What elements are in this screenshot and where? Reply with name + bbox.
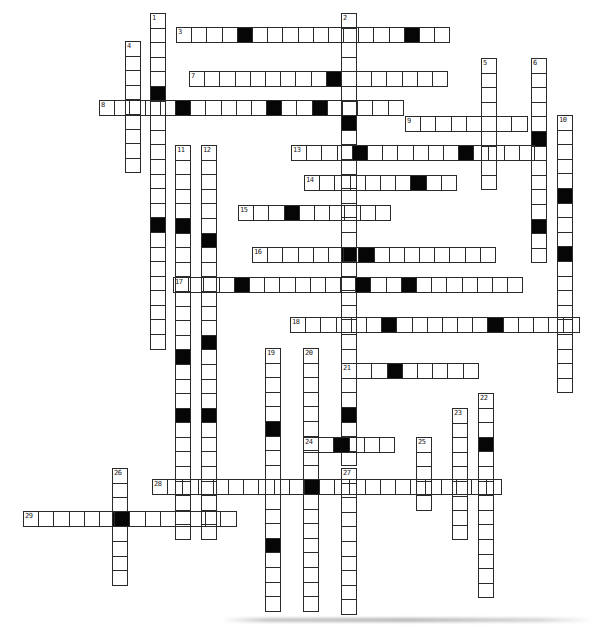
answer-cell[interactable] bbox=[364, 437, 380, 453]
answer-cell[interactable] bbox=[427, 317, 443, 333]
answer-cell[interactable] bbox=[175, 262, 191, 278]
answer-cell[interactable] bbox=[303, 392, 319, 408]
answer-cell[interactable] bbox=[204, 71, 220, 87]
answer-cell[interactable] bbox=[457, 317, 473, 333]
answer-cell[interactable] bbox=[472, 317, 488, 333]
answer-cell[interactable] bbox=[253, 205, 269, 221]
answer-cell[interactable] bbox=[175, 437, 191, 453]
answer-cell[interactable] bbox=[420, 116, 436, 132]
answer-cell[interactable] bbox=[478, 495, 494, 511]
answer-cell[interactable] bbox=[150, 261, 166, 277]
answer-cell[interactable] bbox=[452, 525, 468, 541]
answer-cell[interactable]: 19 bbox=[265, 348, 281, 364]
answer-cell[interactable] bbox=[299, 205, 315, 221]
answer-cell[interactable] bbox=[289, 479, 305, 495]
answer-cell[interactable] bbox=[432, 71, 448, 87]
answer-cell[interactable] bbox=[201, 262, 217, 278]
answer-cell[interactable] bbox=[221, 100, 237, 116]
answer-cell[interactable] bbox=[150, 319, 166, 335]
answer-cell[interactable]: 23 bbox=[452, 408, 468, 424]
answer-cell[interactable] bbox=[341, 422, 357, 438]
answer-cell[interactable] bbox=[341, 232, 357, 248]
answer-cell[interactable] bbox=[201, 422, 217, 438]
answer-cell[interactable] bbox=[389, 27, 405, 43]
answer-cell[interactable] bbox=[478, 451, 494, 467]
answer-cell[interactable] bbox=[557, 349, 573, 365]
answer-cell[interactable] bbox=[341, 599, 357, 615]
answer-cell[interactable] bbox=[303, 363, 319, 379]
answer-cell[interactable] bbox=[507, 277, 523, 293]
answer-cell[interactable] bbox=[150, 42, 166, 58]
answer-cell[interactable] bbox=[410, 479, 426, 495]
answer-cell[interactable] bbox=[379, 437, 395, 453]
answer-cell[interactable] bbox=[419, 27, 435, 43]
answer-cell[interactable] bbox=[112, 483, 128, 499]
answer-cell[interactable] bbox=[451, 116, 467, 132]
answer-cell[interactable] bbox=[557, 217, 573, 233]
answer-cell[interactable] bbox=[167, 479, 183, 495]
answer-cell[interactable] bbox=[190, 100, 206, 116]
answer-cell[interactable] bbox=[84, 511, 100, 527]
answer-cell[interactable] bbox=[531, 102, 547, 118]
answer-cell[interactable] bbox=[435, 116, 451, 132]
answer-cell[interactable]: 11 bbox=[175, 145, 191, 161]
answer-cell[interactable] bbox=[357, 100, 373, 116]
answer-cell[interactable] bbox=[434, 247, 450, 263]
answer-cell[interactable] bbox=[557, 290, 573, 306]
answer-cell[interactable] bbox=[478, 422, 494, 438]
answer-cell[interactable] bbox=[375, 205, 391, 221]
answer-cell[interactable] bbox=[303, 494, 319, 510]
answer-cell[interactable] bbox=[557, 130, 573, 146]
answer-cell[interactable] bbox=[298, 247, 314, 263]
answer-cell[interactable] bbox=[265, 494, 281, 510]
answer-cell[interactable] bbox=[175, 393, 191, 409]
answer-cell[interactable] bbox=[395, 175, 411, 191]
answer-cell[interactable] bbox=[150, 57, 166, 73]
answer-cell[interactable] bbox=[478, 524, 494, 540]
answer-cell[interactable]: 18 bbox=[290, 317, 306, 333]
answer-cell[interactable] bbox=[341, 42, 357, 58]
answer-cell[interactable] bbox=[478, 568, 494, 584]
answer-cell[interactable] bbox=[112, 570, 128, 586]
answer-cell[interactable] bbox=[175, 379, 191, 395]
answer-cell[interactable] bbox=[303, 377, 319, 393]
answer-cell[interactable] bbox=[201, 306, 217, 322]
answer-cell[interactable] bbox=[496, 116, 512, 132]
answer-cell[interactable]: 6 bbox=[531, 58, 547, 74]
answer-cell[interactable] bbox=[343, 247, 359, 263]
answer-cell[interactable] bbox=[380, 479, 396, 495]
answer-cell[interactable] bbox=[175, 335, 191, 351]
answer-cell[interactable] bbox=[481, 175, 497, 191]
answer-cell[interactable] bbox=[386, 71, 402, 87]
answer-cell[interactable] bbox=[201, 189, 217, 205]
answer-cell[interactable] bbox=[441, 479, 457, 495]
answer-cell[interactable] bbox=[150, 188, 166, 204]
answer-cell[interactable] bbox=[531, 116, 547, 132]
answer-cell[interactable] bbox=[267, 247, 283, 263]
answer-cell[interactable] bbox=[265, 406, 281, 422]
answer-cell[interactable] bbox=[382, 145, 398, 161]
answer-cell[interactable] bbox=[557, 261, 573, 277]
answer-cell[interactable] bbox=[365, 479, 381, 495]
answer-cell[interactable] bbox=[531, 189, 547, 205]
answer-cell[interactable] bbox=[557, 334, 573, 350]
answer-cell[interactable] bbox=[145, 100, 161, 116]
answer-cell[interactable] bbox=[150, 159, 166, 175]
answer-cell[interactable] bbox=[150, 305, 166, 321]
answer-cell[interactable] bbox=[150, 203, 166, 219]
answer-cell[interactable] bbox=[175, 203, 191, 219]
answer-cell[interactable] bbox=[557, 203, 573, 219]
answer-cell[interactable] bbox=[557, 159, 573, 175]
answer-cell[interactable] bbox=[303, 509, 319, 525]
answer-cell[interactable] bbox=[150, 28, 166, 44]
answer-cell[interactable] bbox=[320, 317, 336, 333]
answer-cell[interactable] bbox=[228, 479, 244, 495]
answer-cell[interactable] bbox=[463, 363, 479, 379]
answer-cell[interactable]: 13 bbox=[291, 145, 307, 161]
answer-cell[interactable] bbox=[175, 495, 191, 511]
answer-cell[interactable] bbox=[201, 203, 217, 219]
answer-cell[interactable] bbox=[150, 276, 166, 292]
answer-cell[interactable] bbox=[175, 160, 191, 176]
answer-cell[interactable] bbox=[478, 510, 494, 526]
answer-cell[interactable] bbox=[321, 145, 337, 161]
answer-cell[interactable] bbox=[265, 596, 281, 612]
answer-cell[interactable] bbox=[243, 479, 259, 495]
answer-cell[interactable] bbox=[341, 159, 357, 175]
answer-cell[interactable] bbox=[386, 277, 402, 293]
answer-cell[interactable] bbox=[222, 27, 238, 43]
answer-cell[interactable] bbox=[371, 363, 387, 379]
answer-cell[interactable] bbox=[395, 479, 411, 495]
answer-cell[interactable] bbox=[303, 538, 319, 554]
answer-cell[interactable] bbox=[519, 145, 535, 161]
answer-cell[interactable] bbox=[531, 87, 547, 103]
answer-cell[interactable] bbox=[303, 421, 319, 437]
answer-cell[interactable] bbox=[303, 406, 319, 422]
answer-cell[interactable] bbox=[446, 277, 462, 293]
answer-cell[interactable] bbox=[303, 465, 319, 481]
answer-cell[interactable] bbox=[220, 511, 236, 527]
answer-cell[interactable] bbox=[344, 205, 360, 221]
answer-cell[interactable] bbox=[473, 145, 489, 161]
answer-cell[interactable] bbox=[341, 497, 357, 513]
answer-cell[interactable] bbox=[417, 71, 433, 87]
answer-cell[interactable] bbox=[201, 364, 217, 380]
answer-cell[interactable] bbox=[358, 27, 374, 43]
answer-cell[interactable] bbox=[319, 175, 335, 191]
answer-cell[interactable]: 16 bbox=[252, 247, 268, 263]
answer-cell[interactable] bbox=[431, 277, 447, 293]
answer-cell[interactable] bbox=[426, 175, 442, 191]
answer-cell[interactable] bbox=[160, 100, 176, 116]
answer-cell[interactable] bbox=[504, 145, 520, 161]
answer-cell[interactable] bbox=[557, 363, 573, 379]
answer-cell[interactable] bbox=[150, 174, 166, 190]
answer-cell[interactable] bbox=[267, 27, 283, 43]
answer-cell[interactable] bbox=[462, 277, 478, 293]
answer-cell[interactable] bbox=[349, 437, 365, 453]
answer-cell[interactable] bbox=[367, 145, 383, 161]
answer-cell[interactable] bbox=[397, 145, 413, 161]
answer-cell[interactable] bbox=[371, 71, 387, 87]
answer-cell[interactable] bbox=[452, 510, 468, 526]
answer-cell[interactable] bbox=[53, 511, 69, 527]
answer-cell[interactable] bbox=[341, 512, 357, 528]
answer-cell[interactable] bbox=[280, 71, 296, 87]
answer-cell[interactable] bbox=[125, 114, 141, 130]
answer-cell[interactable] bbox=[518, 317, 534, 333]
answer-cell[interactable] bbox=[351, 317, 367, 333]
answer-cell[interactable]: 3 bbox=[176, 27, 192, 43]
answer-cell[interactable] bbox=[548, 317, 564, 333]
answer-cell[interactable] bbox=[341, 392, 357, 408]
answer-cell[interactable] bbox=[191, 27, 207, 43]
answer-cell[interactable] bbox=[334, 175, 350, 191]
answer-cell[interactable] bbox=[329, 205, 345, 221]
answer-cell[interactable] bbox=[281, 100, 297, 116]
answer-cell[interactable] bbox=[413, 145, 429, 161]
answer-cell[interactable] bbox=[125, 158, 141, 174]
answer-cell[interactable] bbox=[201, 247, 217, 263]
answer-cell[interactable] bbox=[372, 100, 388, 116]
answer-cell[interactable] bbox=[201, 393, 217, 409]
answer-cell[interactable] bbox=[349, 479, 365, 495]
answer-cell[interactable] bbox=[416, 495, 432, 511]
answer-cell[interactable] bbox=[250, 71, 266, 87]
answer-cell[interactable] bbox=[486, 479, 502, 495]
answer-cell[interactable] bbox=[342, 100, 358, 116]
answer-cell[interactable] bbox=[265, 377, 281, 393]
answer-cell[interactable] bbox=[145, 511, 161, 527]
answer-cell[interactable] bbox=[531, 73, 547, 89]
answer-cell[interactable] bbox=[112, 556, 128, 572]
answer-cell[interactable] bbox=[265, 392, 281, 408]
answer-cell[interactable] bbox=[201, 437, 217, 453]
answer-cell[interactable] bbox=[264, 277, 280, 293]
answer-cell[interactable] bbox=[492, 277, 508, 293]
answer-cell[interactable] bbox=[249, 277, 265, 293]
answer-cell[interactable] bbox=[341, 570, 357, 586]
answer-cell[interactable] bbox=[452, 437, 468, 453]
answer-cell[interactable]: 21 bbox=[341, 363, 357, 379]
answer-cell[interactable] bbox=[417, 363, 433, 379]
answer-cell[interactable] bbox=[480, 247, 496, 263]
answer-cell[interactable] bbox=[341, 451, 357, 467]
answer-cell[interactable]: 7 bbox=[189, 71, 205, 87]
answer-cell[interactable] bbox=[201, 320, 217, 336]
answer-cell[interactable] bbox=[340, 277, 356, 293]
answer-cell[interactable] bbox=[265, 71, 281, 87]
answer-cell[interactable] bbox=[175, 189, 191, 205]
answer-cell[interactable] bbox=[452, 423, 468, 439]
answer-cell[interactable] bbox=[175, 233, 191, 249]
answer-cell[interactable] bbox=[125, 70, 141, 86]
answer-cell[interactable] bbox=[201, 218, 217, 234]
answer-cell[interactable] bbox=[370, 277, 386, 293]
answer-cell[interactable] bbox=[374, 247, 390, 263]
answer-cell[interactable] bbox=[360, 205, 376, 221]
answer-cell[interactable] bbox=[306, 145, 322, 161]
answer-cell[interactable] bbox=[341, 349, 357, 365]
answer-cell[interactable] bbox=[295, 71, 311, 87]
answer-cell[interactable] bbox=[325, 277, 341, 293]
answer-cell[interactable] bbox=[201, 349, 217, 365]
answer-cell[interactable]: 25 bbox=[416, 437, 432, 453]
answer-cell[interactable] bbox=[402, 363, 418, 379]
answer-cell[interactable] bbox=[416, 277, 432, 293]
answer-cell[interactable] bbox=[416, 452, 432, 468]
answer-cell[interactable] bbox=[150, 247, 166, 263]
answer-cell[interactable] bbox=[265, 450, 281, 466]
answer-cell[interactable] bbox=[201, 291, 217, 307]
answer-cell[interactable] bbox=[481, 87, 497, 103]
answer-cell[interactable] bbox=[380, 175, 396, 191]
answer-cell[interactable] bbox=[125, 85, 141, 101]
answer-cell[interactable]: 4 bbox=[125, 41, 141, 57]
answer-cell[interactable] bbox=[188, 277, 204, 293]
answer-cell[interactable] bbox=[341, 526, 357, 542]
answer-cell[interactable] bbox=[265, 436, 281, 452]
answer-cell[interactable] bbox=[175, 511, 191, 527]
answer-cell[interactable] bbox=[150, 130, 166, 146]
answer-cell[interactable] bbox=[125, 143, 141, 159]
answer-cell[interactable] bbox=[477, 277, 493, 293]
answer-cell[interactable] bbox=[265, 523, 281, 539]
answer-cell[interactable] bbox=[531, 248, 547, 264]
answer-cell[interactable] bbox=[201, 174, 217, 190]
answer-cell[interactable] bbox=[341, 130, 357, 146]
answer-cell[interactable] bbox=[412, 317, 428, 333]
answer-cell[interactable] bbox=[488, 145, 504, 161]
answer-cell[interactable] bbox=[175, 306, 191, 322]
answer-cell[interactable] bbox=[175, 364, 191, 380]
answer-cell[interactable] bbox=[219, 71, 235, 87]
answer-cell[interactable] bbox=[298, 27, 314, 43]
answer-cell[interactable] bbox=[531, 233, 547, 249]
answer-cell[interactable] bbox=[471, 479, 487, 495]
answer-cell[interactable] bbox=[150, 144, 166, 160]
answer-cell[interactable] bbox=[303, 523, 319, 539]
answer-cell[interactable] bbox=[252, 27, 268, 43]
answer-cell[interactable] bbox=[38, 511, 54, 527]
answer-cell[interactable] bbox=[236, 100, 252, 116]
answer-cell[interactable]: 10 bbox=[557, 115, 573, 131]
answer-cell[interactable] bbox=[557, 173, 573, 189]
answer-cell[interactable] bbox=[419, 247, 435, 263]
answer-cell[interactable] bbox=[313, 27, 329, 43]
answer-cell[interactable] bbox=[481, 160, 497, 176]
answer-cell[interactable] bbox=[150, 232, 166, 248]
answer-cell[interactable] bbox=[213, 479, 229, 495]
answer-cell[interactable] bbox=[175, 320, 191, 336]
answer-cell[interactable] bbox=[356, 71, 372, 87]
answer-cell[interactable] bbox=[150, 334, 166, 350]
answer-cell[interactable] bbox=[114, 100, 130, 116]
answer-cell[interactable] bbox=[341, 334, 357, 350]
answer-cell[interactable]: 12 bbox=[201, 145, 217, 161]
answer-cell[interactable] bbox=[531, 175, 547, 191]
answer-cell[interactable] bbox=[175, 422, 191, 438]
answer-cell[interactable] bbox=[305, 317, 321, 333]
answer-cell[interactable]: 29 bbox=[23, 511, 39, 527]
answer-cell[interactable]: 28 bbox=[152, 479, 168, 495]
answer-cell[interactable] bbox=[341, 290, 357, 306]
answer-cell[interactable] bbox=[175, 174, 191, 190]
answer-cell[interactable] bbox=[388, 100, 404, 116]
answer-cell[interactable] bbox=[557, 232, 573, 248]
answer-cell[interactable]: 15 bbox=[238, 205, 254, 221]
answer-cell[interactable]: 9 bbox=[405, 116, 421, 132]
answer-cell[interactable] bbox=[443, 145, 459, 161]
answer-cell[interactable] bbox=[343, 27, 359, 43]
answer-cell[interactable] bbox=[219, 277, 235, 293]
answer-cell[interactable] bbox=[125, 56, 141, 72]
answer-cell[interactable] bbox=[150, 71, 166, 87]
answer-cell[interactable] bbox=[327, 100, 343, 116]
answer-cell[interactable] bbox=[511, 116, 527, 132]
answer-cell[interactable] bbox=[265, 465, 281, 481]
answer-cell[interactable]: 14 bbox=[304, 175, 320, 191]
answer-cell[interactable] bbox=[334, 479, 350, 495]
answer-cell[interactable] bbox=[311, 71, 327, 87]
answer-cell[interactable] bbox=[447, 363, 463, 379]
answer-cell[interactable] bbox=[557, 144, 573, 160]
answer-cell[interactable] bbox=[481, 116, 497, 132]
answer-cell[interactable] bbox=[478, 583, 494, 599]
answer-cell[interactable] bbox=[533, 317, 549, 333]
answer-cell[interactable] bbox=[465, 247, 481, 263]
answer-cell[interactable] bbox=[265, 582, 281, 598]
answer-cell[interactable] bbox=[428, 145, 444, 161]
answer-cell[interactable] bbox=[190, 511, 206, 527]
answer-cell[interactable]: 1 bbox=[150, 13, 166, 29]
answer-cell[interactable] bbox=[279, 277, 295, 293]
answer-cell[interactable] bbox=[341, 378, 357, 394]
answer-cell[interactable] bbox=[303, 582, 319, 598]
answer-cell[interactable] bbox=[201, 495, 217, 511]
answer-cell[interactable] bbox=[478, 408, 494, 424]
answer-cell[interactable] bbox=[129, 511, 145, 527]
answer-cell[interactable] bbox=[282, 27, 298, 43]
answer-cell[interactable] bbox=[274, 479, 290, 495]
answer-cell[interactable] bbox=[337, 145, 353, 161]
answer-cell[interactable] bbox=[402, 71, 418, 87]
answer-cell[interactable] bbox=[466, 116, 482, 132]
answer-cell[interactable] bbox=[434, 27, 450, 43]
answer-cell[interactable] bbox=[319, 479, 335, 495]
answer-cell[interactable] bbox=[150, 115, 166, 131]
answer-cell[interactable] bbox=[205, 100, 221, 116]
answer-cell[interactable] bbox=[303, 596, 319, 612]
answer-cell[interactable] bbox=[201, 524, 217, 540]
answer-cell[interactable] bbox=[442, 317, 458, 333]
answer-cell[interactable] bbox=[341, 585, 357, 601]
answer-cell[interactable] bbox=[365, 175, 381, 191]
answer-cell[interactable] bbox=[265, 552, 281, 568]
answer-cell[interactable]: 26 bbox=[112, 468, 128, 484]
answer-cell[interactable] bbox=[366, 317, 382, 333]
answer-cell[interactable] bbox=[318, 437, 334, 453]
answer-cell[interactable] bbox=[265, 567, 281, 583]
answer-cell[interactable] bbox=[99, 511, 115, 527]
answer-cell[interactable] bbox=[198, 479, 214, 495]
answer-cell[interactable] bbox=[373, 27, 389, 43]
answer-cell[interactable] bbox=[282, 247, 298, 263]
